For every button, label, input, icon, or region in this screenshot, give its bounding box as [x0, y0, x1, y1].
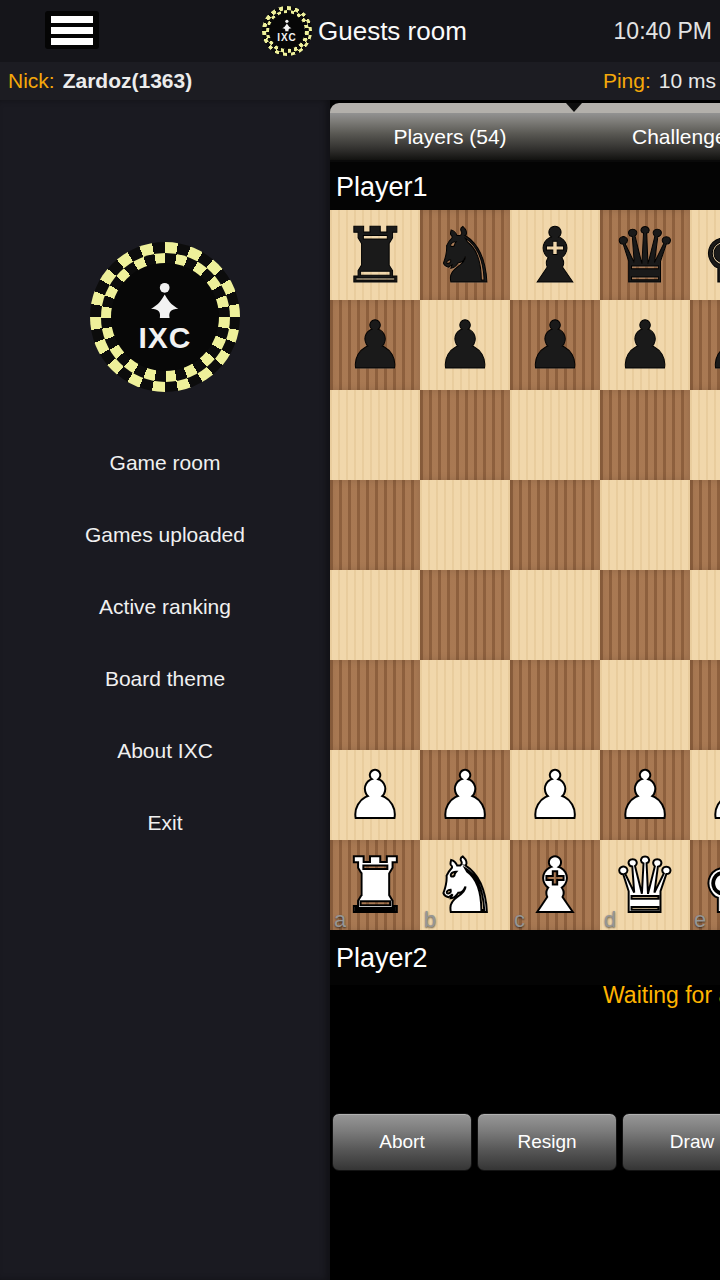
action-button-row: AbortResignDraw [330, 1113, 720, 1171]
page-title: Guests room [318, 16, 467, 47]
tab-challenges[interactable]: Challenges [632, 113, 720, 160]
piece-black-queen: ♛ [600, 210, 690, 300]
draw-button[interactable]: Draw [622, 1113, 720, 1171]
piece-black-knight: ♞ [420, 210, 510, 300]
piece-black-king: ♚ [690, 210, 720, 300]
piece-black-pawn: ♟ [690, 300, 720, 390]
square-e6[interactable] [690, 390, 720, 480]
square-a1[interactable]: ♜a [330, 840, 420, 930]
piece-white-pawn: ♟ [330, 750, 420, 840]
square-c3[interactable] [510, 660, 600, 750]
bottom-player-name: Player2 [336, 943, 428, 973]
square-e1[interactable]: ♚e [690, 840, 720, 930]
piece-white-pawn: ♟ [420, 750, 510, 840]
chevron-down-icon [566, 103, 582, 112]
square-d4[interactable] [600, 570, 690, 660]
ping-value: 10 ms [659, 69, 716, 93]
square-a2[interactable]: ♟ [330, 750, 420, 840]
waiting-status-text: Waiting for a [603, 982, 720, 1009]
square-c6[interactable] [510, 390, 600, 480]
tab-bar: Players (54)Challenges [330, 113, 720, 162]
ixc-logo-large: IXC [90, 242, 240, 392]
square-a6[interactable] [330, 390, 420, 480]
square-e5[interactable] [690, 480, 720, 570]
navigation-drawer: IXC Game roomGames uploadedActive rankin… [0, 100, 330, 1280]
piece-white-pawn: ♟ [600, 750, 690, 840]
square-a5[interactable] [330, 480, 420, 570]
sidebar-item-games-uploaded[interactable]: Games uploaded [0, 499, 330, 571]
square-a8[interactable]: ♜ [330, 210, 420, 300]
square-e4[interactable] [690, 570, 720, 660]
top-player-bar: Player1 [330, 162, 720, 210]
piece-black-pawn: ♟ [420, 300, 510, 390]
square-b7[interactable]: ♟ [420, 300, 510, 390]
piece-black-pawn: ♟ [600, 300, 690, 390]
bottom-player-bar: Player2 [330, 930, 720, 985]
status-bar: Nick: Zardoz(1363) Ping: 10 ms [0, 62, 720, 100]
game-panel: Players (54)Challenges Player1 ♜♞♝♛♚♝♞♜♟… [330, 100, 720, 1280]
square-b2[interactable]: ♟ [420, 750, 510, 840]
hamburger-icon[interactable] [45, 11, 99, 49]
drawer-menu: Game roomGames uploadedActive rankingBoa… [0, 427, 330, 859]
ixc-logo-icon: IXC [262, 6, 312, 56]
tab-players-54[interactable]: Players (54) [393, 113, 506, 160]
square-d8[interactable]: ♛ [600, 210, 690, 300]
sidebar-item-game-room[interactable]: Game room [0, 427, 330, 499]
square-c5[interactable] [510, 480, 600, 570]
ixc-logo-text: IXC [138, 323, 191, 353]
abort-button[interactable]: Abort [332, 1113, 472, 1171]
square-e3[interactable] [690, 660, 720, 750]
square-e2[interactable]: ♟ [690, 750, 720, 840]
clock-time: 10:40 PM [614, 0, 712, 62]
piece-black-pawn: ♟ [510, 300, 600, 390]
nick-label: Nick: [8, 69, 55, 93]
piece-white-pawn: ♟ [510, 750, 600, 840]
title-bar: IXC Guests room 10:40 PM [0, 0, 720, 62]
panel-handle [330, 103, 720, 113]
square-c8[interactable]: ♝ [510, 210, 600, 300]
sidebar-item-about-ixc[interactable]: About IXC [0, 715, 330, 787]
piece-white-pawn: ♟ [690, 750, 720, 840]
piece-black-rook: ♜ [330, 210, 420, 300]
square-b4[interactable] [420, 570, 510, 660]
sidebar-item-active-ranking[interactable]: Active ranking [0, 571, 330, 643]
square-c7[interactable]: ♟ [510, 300, 600, 390]
square-b6[interactable] [420, 390, 510, 480]
resign-button[interactable]: Resign [477, 1113, 617, 1171]
square-d6[interactable] [600, 390, 690, 480]
ping-label: Ping: [603, 69, 651, 93]
square-c4[interactable] [510, 570, 600, 660]
piece-black-pawn: ♟ [330, 300, 420, 390]
square-b1[interactable]: ♞b [420, 840, 510, 930]
square-a4[interactable] [330, 570, 420, 660]
square-d2[interactable]: ♟ [600, 750, 690, 840]
piece-black-bishop: ♝ [510, 210, 600, 300]
top-player-name: Player1 [336, 172, 428, 202]
square-e8[interactable]: ♚ [690, 210, 720, 300]
nick-value: Zardoz(1363) [63, 69, 193, 93]
square-b3[interactable] [420, 660, 510, 750]
sidebar-item-board-theme[interactable]: Board theme [0, 643, 330, 715]
square-e7[interactable]: ♟ [690, 300, 720, 390]
square-c2[interactable]: ♟ [510, 750, 600, 840]
square-a7[interactable]: ♟ [330, 300, 420, 390]
square-c1[interactable]: ♝c [510, 840, 600, 930]
chess-board: ♜♞♝♛♚♝♞♜♟♟♟♟♟♟♟♟♟♟♟♟♟♟♟♟♜a♞b♝c♛d♚e♝f♞g♜h [330, 210, 720, 930]
sidebar-item-exit[interactable]: Exit [0, 787, 330, 859]
square-d3[interactable] [600, 660, 690, 750]
square-a3[interactable] [330, 660, 420, 750]
square-b8[interactable]: ♞ [420, 210, 510, 300]
square-d7[interactable]: ♟ [600, 300, 690, 390]
ixc-logo-text-small: IXC [277, 33, 297, 43]
square-d5[interactable] [600, 480, 690, 570]
square-b5[interactable] [420, 480, 510, 570]
square-d1[interactable]: ♛d [600, 840, 690, 930]
